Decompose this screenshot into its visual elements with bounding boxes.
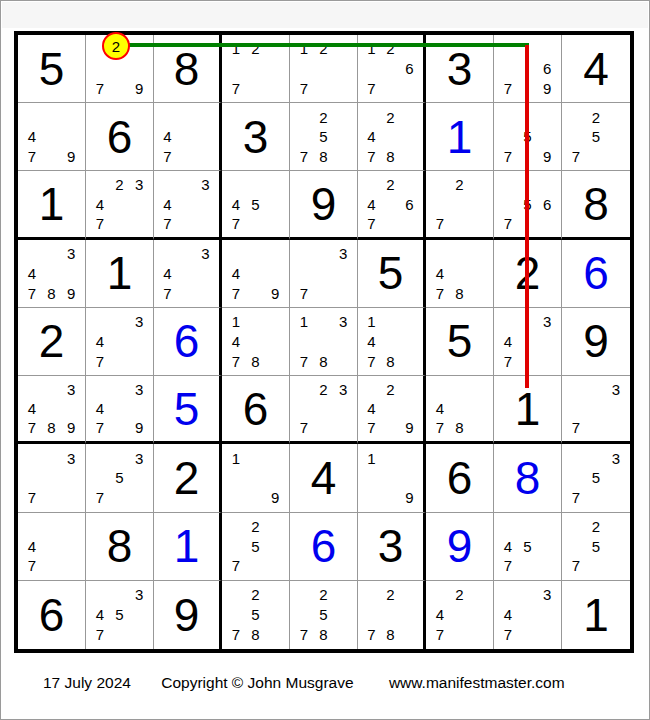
cell-r3c3[interactable]: 347: [154, 171, 222, 239]
candidate-digit: 3: [61, 244, 81, 264]
candidate-digit: 2: [381, 175, 400, 194]
candidate-digit: 5: [586, 468, 606, 488]
candidate-digit: 5: [246, 195, 266, 214]
cell-r8c2[interactable]: 8: [86, 513, 154, 581]
cell-r8c3[interactable]: 1: [154, 513, 222, 581]
cell-r5c2[interactable]: 347: [86, 308, 154, 376]
given-digit: 9: [562, 308, 630, 375]
cell-r3c9[interactable]: 8: [562, 171, 630, 239]
cell-r1c4[interactable]: 127: [222, 35, 290, 103]
candidate-digit: 7: [430, 625, 450, 645]
candidate-digit: 7: [90, 625, 110, 645]
cell-r9c9[interactable]: 1: [562, 581, 630, 649]
candidate-digit: 7: [22, 283, 42, 303]
cell-r3c1[interactable]: 1: [18, 171, 86, 239]
top-strip: [2, 2, 648, 28]
candidate-digit: 7: [90, 418, 110, 437]
candidate-digit: 5: [518, 195, 538, 214]
cell-r6c2[interactable]: 3479: [86, 376, 154, 444]
cell-r4c9[interactable]: 6: [562, 240, 630, 308]
candidate-digit: 2: [381, 107, 400, 127]
candidate-digit: 7: [22, 556, 42, 576]
candidate-digit: 1: [294, 39, 314, 59]
candidate-digit: 4: [158, 195, 177, 214]
cell-r4c1[interactable]: 34789: [18, 240, 86, 308]
candidate-digit: 8: [381, 147, 400, 167]
candidate-digit: 3: [196, 244, 215, 264]
cell-r9c6[interactable]: 278: [358, 581, 426, 649]
candidate-digit: 7: [362, 78, 381, 98]
candidate-digit: 9: [129, 418, 149, 437]
cell-r7c4[interactable]: 19: [222, 444, 290, 512]
cell-r8c5[interactable]: 6: [290, 513, 358, 581]
given-digit: 1: [18, 171, 85, 236]
candidate-digit: 3: [129, 380, 149, 399]
candidate-digit: 4: [226, 263, 246, 283]
given-digit: 8: [154, 35, 219, 102]
cell-r5c5[interactable]: 1378: [290, 308, 358, 376]
cell-r3c8[interactable]: 567: [494, 171, 562, 239]
given-digit: 1: [494, 376, 561, 441]
candidate-digit: 4: [22, 536, 42, 556]
cell-r8c6[interactable]: 3: [358, 513, 426, 581]
cell-r6c6[interactable]: 2479: [358, 376, 426, 444]
user-digit: 6: [290, 513, 357, 580]
candidate-digit: 9: [265, 488, 285, 508]
given-digit: 6: [222, 376, 289, 441]
candidate-digit: 4: [362, 399, 381, 418]
candidate-digit: 3: [129, 448, 149, 468]
candidate-digit: 4: [158, 127, 177, 147]
candidate-digit: 2: [450, 585, 470, 605]
given-digit: 5: [358, 240, 423, 307]
candidate-digit: 5: [246, 605, 266, 625]
candidate-digit: 7: [498, 214, 518, 233]
candidate-digit: 4: [226, 332, 246, 352]
cell-r1c3[interactable]: 8: [154, 35, 222, 103]
cell-r4c6[interactable]: 5: [358, 240, 426, 308]
given-digit: 2: [154, 444, 219, 511]
cell-r2c8[interactable]: 579: [494, 103, 562, 171]
cell-r2c1[interactable]: 479: [18, 103, 86, 171]
candidate-digit: 7: [226, 78, 246, 98]
cell-r1c1[interactable]: 5: [18, 35, 86, 103]
candidate-digit: 1: [226, 39, 246, 59]
candidate-digit: 2: [246, 585, 266, 605]
candidate-digit: 7: [294, 351, 314, 371]
candidate-digit: 7: [362, 418, 381, 437]
cell-r3c4[interactable]: 457: [222, 171, 290, 239]
candidate-digit: 7: [158, 147, 177, 167]
cell-r5c3[interactable]: 6: [154, 308, 222, 376]
cell-r4c7[interactable]: 478: [426, 240, 494, 308]
candidate-digit: 5: [314, 127, 334, 147]
cell-r7c7[interactable]: 6: [426, 444, 494, 512]
cell-r8c9[interactable]: 257: [562, 513, 630, 581]
candidate-digit: 8: [246, 625, 266, 645]
cell-r8c1[interactable]: 47: [18, 513, 86, 581]
given-digit: 2: [18, 308, 85, 375]
cell-r9c5[interactable]: 2578: [290, 581, 358, 649]
cell-r3c5[interactable]: 9: [290, 171, 358, 239]
candidate-digit: 3: [333, 244, 353, 264]
candidate-digit: 4: [226, 195, 246, 214]
candidate-digit: 2: [381, 380, 400, 399]
candidate-digit: 4: [90, 332, 110, 352]
candidate-digit: 7: [226, 214, 246, 233]
candidate-digit: 2: [450, 175, 470, 194]
candidate-digit: 6: [400, 195, 419, 214]
candidate-digit: 7: [566, 147, 586, 167]
candidate-digit: 3: [333, 380, 353, 399]
given-digit: 8: [562, 171, 630, 236]
candidate-digit: 5: [518, 127, 538, 147]
candidate-digit: 5: [314, 605, 334, 625]
candidate-digit: 7: [430, 283, 450, 303]
given-digit: 9: [154, 581, 219, 649]
candidate-digit: 7: [498, 556, 518, 576]
candidate-digit: 7: [362, 351, 381, 371]
candidate-digit: 7: [90, 78, 110, 98]
cell-r1c9[interactable]: 4: [562, 35, 630, 103]
candidate-digit: 7: [90, 214, 110, 233]
user-digit: 9: [426, 513, 493, 580]
candidate-digit: 3: [61, 448, 81, 468]
candidate-digit: 4: [430, 399, 450, 418]
cell-r6c9[interactable]: 37: [562, 376, 630, 444]
candidate-digit: 7: [498, 351, 518, 371]
candidate-digit: 7: [566, 556, 586, 576]
candidate-digit: 3: [196, 175, 215, 194]
candidate-digit: 2: [586, 107, 606, 127]
candidate-digit: 9: [61, 283, 81, 303]
candidate-digit: 7: [294, 625, 314, 645]
cell-r6c5[interactable]: 237: [290, 376, 358, 444]
candidate-digit: 7: [294, 283, 314, 303]
candidate-digit: 7: [22, 488, 42, 508]
candidate-digit: 3: [606, 380, 626, 399]
cell-r4c8[interactable]: 2: [494, 240, 562, 308]
cell-r4c5[interactable]: 37: [290, 240, 358, 308]
candidate-digit: 5: [110, 468, 130, 488]
cell-r6c8[interactable]: 1: [494, 376, 562, 444]
candidate-digit: 3: [129, 175, 149, 194]
cell-r7c5[interactable]: 4: [290, 444, 358, 512]
cell-r8c8[interactable]: 457: [494, 513, 562, 581]
given-digit: 5: [18, 35, 85, 102]
cell-r2c2[interactable]: 6: [86, 103, 154, 171]
candidate-digit: 9: [400, 488, 419, 508]
candidate-digit: 7: [498, 78, 518, 98]
candidate-digit: 1: [362, 39, 381, 59]
cell-r9c1[interactable]: 6: [18, 581, 86, 649]
candidate-digit: 4: [430, 263, 450, 283]
cell-r2c5[interactable]: 2578: [290, 103, 358, 171]
footer-website: www.manifestmaster.com: [389, 674, 565, 691]
candidate-digit: 2: [381, 585, 400, 605]
candidate-digit: 4: [498, 536, 518, 556]
candidate-digit: 2: [246, 517, 266, 537]
given-digit: 1: [562, 581, 630, 649]
candidate-digit: 9: [400, 418, 419, 437]
footer-copyright: Copyright © John Musgrave: [161, 674, 353, 691]
candidate-digit: 7: [158, 283, 177, 303]
candidate-digit: 4: [90, 195, 110, 214]
candidate-digit: 4: [362, 127, 381, 147]
candidate-digit: 4: [362, 195, 381, 214]
candidate-digit: 8: [381, 625, 400, 645]
candidate-digit: 5: [586, 127, 606, 147]
candidate-digit: 7: [498, 147, 518, 167]
sudoku-board: 5798127127126736794479647325782478157925…: [14, 31, 634, 653]
cell-r6c3[interactable]: 5: [154, 376, 222, 444]
candidate-digit: 4: [362, 332, 381, 352]
given-digit: 9: [290, 171, 357, 236]
candidate-digit: 7: [498, 625, 518, 645]
cell-r5c6[interactable]: 1478: [358, 308, 426, 376]
cell-r4c3[interactable]: 347: [154, 240, 222, 308]
candidate-digit: 6: [537, 59, 557, 79]
candidate-digit: 2: [381, 39, 400, 59]
cell-r9c4[interactable]: 2578: [222, 581, 290, 649]
candidate-digit: 4: [90, 399, 110, 418]
candidate-digit: 7: [22, 418, 42, 437]
candidate-digit: 2: [110, 175, 130, 194]
cell-r1c2[interactable]: 79: [86, 35, 154, 103]
candidate-digit: 5: [110, 605, 130, 625]
candidate-digit: 4: [22, 127, 42, 147]
candidate-digit: 4: [158, 263, 177, 283]
candidate-digit: 3: [537, 585, 557, 605]
candidate-digit: 8: [314, 147, 334, 167]
candidate-digit: 8: [381, 351, 400, 371]
cell-r8c4[interactable]: 257: [222, 513, 290, 581]
candidate-digit: 6: [400, 59, 419, 79]
candidate-digit: 7: [158, 214, 177, 233]
candidate-digit: 6: [537, 195, 557, 214]
user-digit: 1: [154, 513, 219, 580]
candidate-digit: 7: [566, 418, 586, 437]
candidate-digit: 3: [129, 585, 149, 605]
candidate-digit: 7: [430, 418, 450, 437]
candidate-digit: 4: [22, 263, 42, 283]
cell-r7c9[interactable]: 357: [562, 444, 630, 512]
candidate-digit: 1: [362, 312, 381, 332]
candidate-digit: 7: [226, 351, 246, 371]
candidate-digit: 7: [294, 418, 314, 437]
given-digit: 3: [222, 103, 289, 170]
footer: 17 July 2024 Copyright © John Musgrave w…: [43, 674, 565, 692]
footer-date: 17 July 2024: [43, 674, 131, 691]
candidate-digit: 3: [129, 312, 149, 332]
cell-r2c7[interactable]: 1: [426, 103, 494, 171]
candidate-digit: 1: [362, 448, 381, 468]
user-digit: 6: [562, 240, 630, 307]
candidate-digit: 4: [430, 605, 450, 625]
candidate-digit: 7: [226, 283, 246, 303]
candidate-digit: 7: [362, 625, 381, 645]
candidate-digit: 8: [450, 418, 470, 437]
given-digit: 4: [290, 444, 357, 511]
cell-r3c2[interactable]: 2347: [86, 171, 154, 239]
user-digit: 1: [426, 103, 493, 170]
cell-r9c3[interactable]: 9: [154, 581, 222, 649]
cell-r7c1[interactable]: 37: [18, 444, 86, 512]
given-digit: 6: [86, 103, 153, 170]
candidate-digit: 3: [537, 312, 557, 332]
candidate-digit: 8: [246, 351, 266, 371]
cell-r1c5[interactable]: 127: [290, 35, 358, 103]
cell-r7c8[interactable]: 8: [494, 444, 562, 512]
candidate-digit: 7: [362, 147, 381, 167]
cell-r7c3[interactable]: 2: [154, 444, 222, 512]
cell-r3c6[interactable]: 2467: [358, 171, 426, 239]
given-digit: 8: [86, 513, 153, 580]
cell-r5c4[interactable]: 1478: [222, 308, 290, 376]
candidate-digit: 7: [226, 556, 246, 576]
cell-r2c3[interactable]: 47: [154, 103, 222, 171]
given-digit: 4: [562, 35, 630, 102]
candidate-digit: 7: [566, 488, 586, 508]
candidate-digit: 2: [314, 380, 334, 399]
cell-r2c9[interactable]: 257: [562, 103, 630, 171]
candidate-digit: 9: [61, 147, 81, 167]
cell-r5c1[interactable]: 2: [18, 308, 86, 376]
candidate-digit: 4: [22, 399, 42, 418]
user-digit: 8: [494, 444, 561, 511]
candidate-digit: 7: [294, 147, 314, 167]
cell-r4c4[interactable]: 479: [222, 240, 290, 308]
candidate-digit: 2: [314, 585, 334, 605]
given-digit: 5: [426, 308, 493, 375]
user-digit: 6: [154, 308, 219, 375]
candidate-digit: 3: [606, 448, 626, 468]
candidate-digit: 1: [226, 448, 246, 468]
cell-r4c2[interactable]: 1: [86, 240, 154, 308]
candidate-digit: 7: [90, 488, 110, 508]
candidate-digit: 9: [537, 147, 557, 167]
candidate-digit: 4: [90, 605, 110, 625]
cell-r9c8[interactable]: 347: [494, 581, 562, 649]
cell-r6c4[interactable]: 6: [222, 376, 290, 444]
candidate-digit: 9: [537, 78, 557, 98]
cell-r5c9[interactable]: 9: [562, 308, 630, 376]
given-digit: 3: [358, 513, 423, 580]
candidate-digit: 5: [246, 536, 266, 556]
candidate-digit: 2: [314, 39, 334, 59]
candidate-digit: 9: [129, 78, 149, 98]
candidate-digit: 9: [265, 283, 285, 303]
cell-r7c2[interactable]: 357: [86, 444, 154, 512]
cell-r3c7[interactable]: 27: [426, 171, 494, 239]
given-digit: 3: [426, 35, 493, 102]
page: 5798127127126736794479647325782478157925…: [0, 0, 650, 720]
candidate-digit: 7: [294, 78, 314, 98]
given-digit: 6: [426, 444, 493, 511]
candidate-digit: 8: [42, 283, 62, 303]
cell-r2c4[interactable]: 3: [222, 103, 290, 171]
candidate-digit: 7: [90, 351, 110, 371]
given-digit: 1: [86, 240, 153, 307]
candidate-digit: 8: [314, 625, 334, 645]
cell-r6c7[interactable]: 478: [426, 376, 494, 444]
candidate-digit: 3: [333, 312, 353, 332]
cell-r7c6[interactable]: 19: [358, 444, 426, 512]
cell-r1c6[interactable]: 1267: [358, 35, 426, 103]
cell-r9c2[interactable]: 3457: [86, 581, 154, 649]
cell-r5c7[interactable]: 5: [426, 308, 494, 376]
cell-r1c7[interactable]: 3: [426, 35, 494, 103]
candidate-digit: 2: [246, 39, 266, 59]
candidate-digit: 7: [226, 625, 246, 645]
candidate-digit: 8: [42, 418, 62, 437]
candidate-digit: 2: [314, 107, 334, 127]
cell-r5c8[interactable]: 347: [494, 308, 562, 376]
candidate-digit: 5: [586, 536, 606, 556]
candidate-digit: 4: [498, 605, 518, 625]
candidate-digit: 8: [314, 351, 334, 371]
candidate-digit: 1: [226, 312, 246, 332]
user-digit: 5: [154, 376, 219, 441]
given-digit: 2: [494, 240, 561, 307]
candidate-digit: 9: [61, 418, 81, 437]
cell-r2c6[interactable]: 2478: [358, 103, 426, 171]
cell-r1c8[interactable]: 679: [494, 35, 562, 103]
candidate-digit: 8: [450, 283, 470, 303]
cell-r9c7[interactable]: 247: [426, 581, 494, 649]
candidate-digit: 2: [586, 517, 606, 537]
candidate-digit: 4: [498, 332, 518, 352]
candidate-digit: 1: [294, 312, 314, 332]
cell-r6c1[interactable]: 34789: [18, 376, 86, 444]
candidate-digit: 5: [518, 536, 538, 556]
given-digit: 6: [18, 581, 85, 649]
cell-r8c7[interactable]: 9: [426, 513, 494, 581]
candidate-digit: 7: [430, 214, 450, 233]
candidate-digit: 7: [22, 147, 42, 167]
candidate-digit: 3: [61, 380, 81, 399]
candidate-digit: 7: [362, 214, 381, 233]
